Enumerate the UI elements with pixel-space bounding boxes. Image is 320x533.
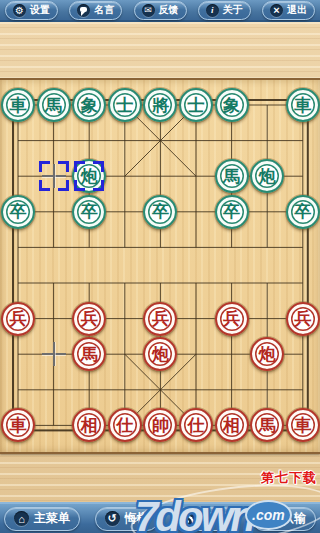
piece-red-p[interactable]: 兵 [286,302,320,336]
piece-red-p[interactable]: 兵 [143,302,177,336]
settings-label: 设置 [30,3,50,17]
piece-red-a[interactable]: 仕 [108,408,142,442]
undo-button[interactable]: 悔棋 [95,507,159,531]
exit-button[interactable]: 退出 [262,1,315,20]
board-bottom-edge [0,452,320,454]
bottom-toolbar: 主菜单悔棋分享认输 [0,502,320,533]
quotes-label: 名言 [94,3,114,17]
flag-icon [262,511,277,526]
top-toolbar: 设置名言反馈关于退出 [0,0,320,22]
piece-red-b[interactable]: 相 [215,408,249,442]
piece-red-p[interactable]: 兵 [215,302,249,336]
piece-red-p[interactable]: 兵 [72,302,106,336]
mail-icon [142,4,155,17]
xiangqi-app-screen: 車馬象士將士象車炮馬炮卒卒卒卒卒兵兵兵兵兵馬炮炮車相仕帥仕相馬車 设置名言反馈关… [0,0,320,533]
piece-black-b[interactable]: 象 [72,88,106,122]
piece-red-p[interactable]: 兵 [1,302,35,336]
rss-icon [183,511,198,526]
piece-black-a[interactable]: 士 [108,88,142,122]
main-menu-button[interactable]: 主菜单 [4,507,80,531]
resign-button[interactable]: 认输 [252,507,316,531]
piece-black-r[interactable]: 車 [1,88,35,122]
quotes-button[interactable]: 名言 [69,1,122,20]
piece-black-n[interactable]: 馬 [215,159,249,193]
board-grid [0,80,320,452]
gear-icon [13,4,26,17]
exit-label: 退出 [287,3,307,17]
main-menu-label: 主菜单 [34,510,70,527]
share-label: 分享 [203,510,227,527]
piece-red-r[interactable]: 車 [286,408,320,442]
settings-button[interactable]: 设置 [5,1,58,20]
info-icon [206,4,219,17]
piece-black-p[interactable]: 卒 [72,195,106,229]
piece-black-p[interactable]: 卒 [215,195,249,229]
undo-icon [105,511,120,526]
piece-black-r[interactable]: 車 [286,88,320,122]
feedback-button[interactable]: 反馈 [134,1,187,20]
piece-black-p[interactable]: 卒 [143,195,177,229]
piece-black-a[interactable]: 士 [179,88,213,122]
close-icon [270,4,283,17]
piece-black-p[interactable]: 卒 [1,195,35,229]
piece-black-n[interactable]: 馬 [37,88,71,122]
speech-icon [77,4,90,17]
piece-black-b[interactable]: 象 [215,88,249,122]
about-label: 关于 [223,3,243,17]
undo-label: 悔棋 [125,510,149,527]
piece-black-p[interactable]: 卒 [286,195,320,229]
about-button[interactable]: 关于 [198,1,251,20]
resign-label: 认输 [282,510,306,527]
home-icon [14,511,29,526]
xiangqi-board[interactable]: 車馬象士將士象車炮馬炮卒卒卒卒卒兵兵兵兵兵馬炮炮車相仕帥仕相馬車 [0,80,320,452]
share-button[interactable]: 分享 [173,507,237,531]
feedback-label: 反馈 [159,3,179,17]
